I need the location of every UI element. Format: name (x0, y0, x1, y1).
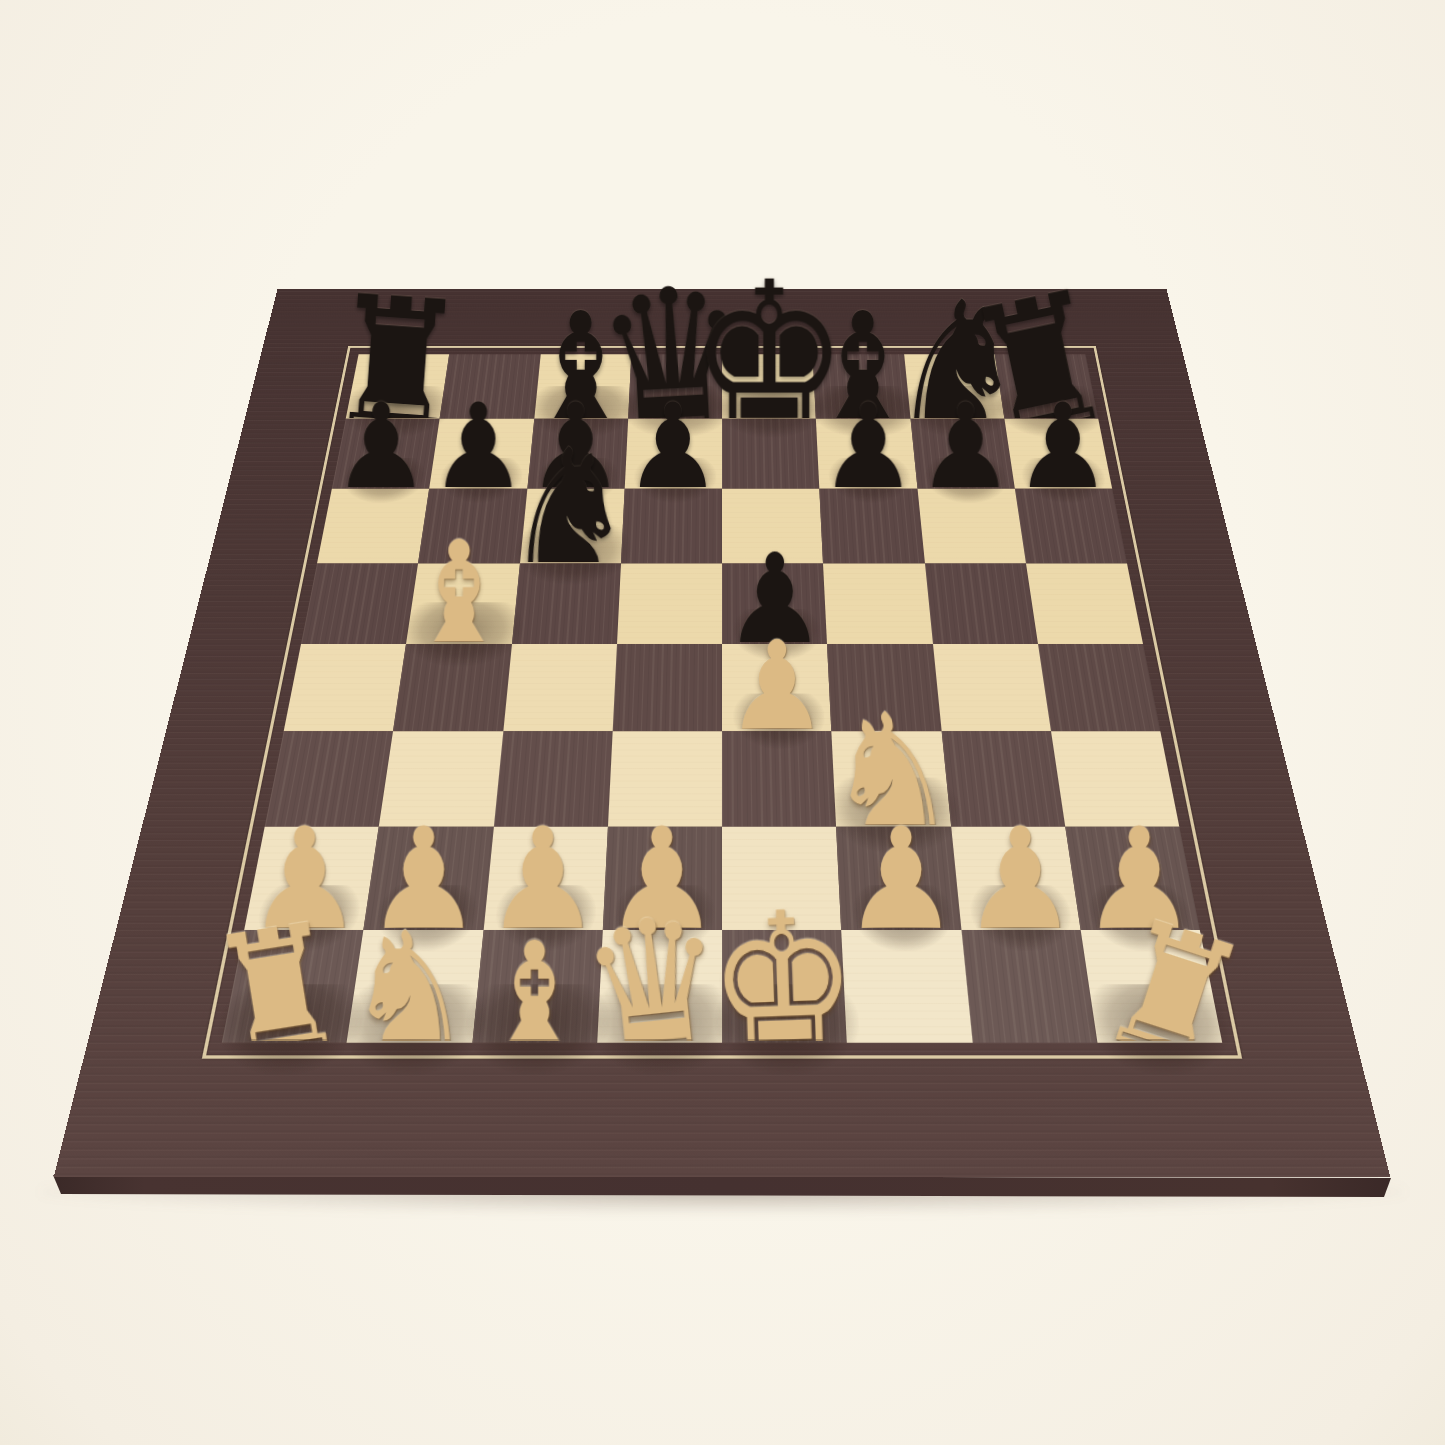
piece-shadow (994, 386, 1112, 438)
piece-shadow (634, 458, 717, 502)
square-b3 (379, 731, 503, 826)
piece-shadow (827, 777, 965, 854)
square-a8: ♜ (346, 354, 450, 419)
piece-shadow (828, 458, 913, 502)
square-c8: ♝ (534, 354, 631, 419)
square-g8: ♞ (904, 354, 1005, 419)
square-d5 (617, 563, 722, 644)
square-h8: ♜ (995, 354, 1099, 419)
board-grid: ♜♝♛♚♝♞♜♟♟♟♟♟♟♟♞♝♟♟♞♟♟♟♟♟♟♟♜♞♝♛♚♜ (222, 354, 1223, 1043)
piece-shadow (968, 885, 1076, 951)
square-b5: ♝ (406, 563, 519, 644)
square-c2: ♟ (483, 826, 608, 929)
piece-shadow (732, 609, 821, 661)
square-d8: ♛ (628, 354, 722, 419)
square-d3 (608, 731, 722, 826)
square-e6 (722, 488, 823, 563)
square-h2: ♟ (1065, 826, 1200, 929)
square-h5 (1026, 563, 1143, 644)
square-e2 (722, 826, 841, 929)
piece-shadow (396, 602, 526, 667)
piece-shadow (437, 458, 524, 502)
piece-shadow (339, 458, 428, 502)
square-e1: ♚ (722, 930, 847, 1043)
piece-shadow (511, 525, 632, 585)
piece-shadow (1086, 885, 1198, 951)
piece-shadow (733, 693, 826, 749)
square-f8: ♝ (813, 354, 910, 419)
square-a2: ♟ (244, 826, 379, 929)
piece-shadow (613, 885, 714, 951)
square-c3 (493, 731, 612, 826)
piece-shadow (621, 386, 731, 438)
square-f3: ♞ (832, 731, 951, 826)
piece-shadow (851, 885, 956, 951)
square-g2: ♟ (951, 826, 1081, 929)
piece-shadow (924, 458, 1011, 502)
square-g5 (924, 563, 1037, 644)
board-photo: ♜♝♛♚♝♞♜♟♟♟♟♟♟♟♞♝♟♟♞♟♟♟♟♟♟♟♜♞♝♛♚♜ (0, 0, 1445, 1445)
square-b8 (440, 354, 541, 419)
square-a3 (265, 731, 393, 826)
piece-shadow (336, 386, 454, 438)
scene: ♜♝♛♚♝♞♜♟♟♟♟♟♟♟♞♝♟♟♞♟♟♟♟♟♟♟♜♞♝♛♚♜ (0, 0, 1445, 1445)
square-e5: ♟ (722, 563, 827, 644)
piece-shadow (714, 985, 861, 1077)
piece-shadow (1081, 985, 1241, 1077)
piece-shadow (588, 985, 735, 1077)
piece-shadow (493, 885, 598, 951)
square-d2: ♟ (603, 826, 722, 929)
piece-shadow (372, 885, 480, 951)
square-b2: ♟ (364, 826, 494, 929)
square-h3 (1051, 731, 1179, 826)
square-f5 (823, 563, 932, 644)
piece-shadow (1020, 458, 1109, 502)
piece-shadow (252, 885, 363, 951)
piece-shadow (535, 458, 620, 502)
chess-board: ♜♝♛♚♝♞♜♟♟♟♟♟♟♟♞♝♟♟♞♟♟♟♟♟♟♟♜♞♝♛♚♜ (54, 289, 1391, 1176)
square-e8: ♚ (722, 354, 816, 419)
